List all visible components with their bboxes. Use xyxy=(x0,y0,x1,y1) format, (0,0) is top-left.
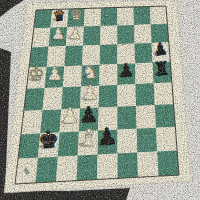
chessboard-photo: ♞♛♛♟♟♟♚♟♞♟♜♟♟♟♚♝♟ xyxy=(0,0,200,200)
chess-scene-svg: ♞♛♛♟♟♟♚♟♞♟♜♟♟♟♚♝♟ xyxy=(0,0,200,200)
photo-grain-light xyxy=(0,0,200,200)
